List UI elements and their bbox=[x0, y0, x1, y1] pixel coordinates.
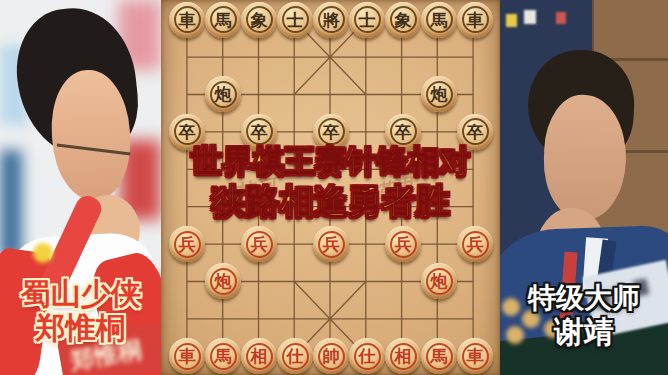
piece-glyph: 相 bbox=[246, 343, 273, 370]
left-player-name: 郑惟桐 bbox=[0, 313, 161, 343]
piece-glyph: 帥 bbox=[318, 343, 345, 370]
piece-glyph: 車 bbox=[462, 6, 489, 33]
piece-cannon-red[interactable]: 炮 bbox=[205, 263, 241, 299]
piece-glyph: 象 bbox=[246, 6, 273, 33]
piece-horse-red[interactable]: 馬 bbox=[421, 338, 457, 374]
headline-line-1: 世界棋王赛针锋相对 bbox=[161, 146, 500, 177]
piece-soldier-red[interactable]: 兵 bbox=[169, 226, 205, 262]
piece-chariot-black[interactable]: 車 bbox=[457, 2, 493, 38]
piece-glyph: 士 bbox=[282, 6, 309, 33]
bookshelf-blur-teal bbox=[0, 150, 22, 260]
left-player-tagline: 蜀山少侠 bbox=[0, 279, 161, 309]
piece-glyph: 象 bbox=[390, 6, 417, 33]
right-player-photo: 特级大师 谢靖 bbox=[500, 0, 668, 375]
piece-glyph: 兵 bbox=[318, 231, 345, 258]
piece-glyph: 兵 bbox=[246, 231, 273, 258]
piece-advisor-red[interactable]: 仕 bbox=[349, 338, 385, 374]
headline-line-2: 狭路相逢勇者胜 bbox=[161, 184, 500, 218]
piece-cannon-black[interactable]: 炮 bbox=[205, 76, 241, 112]
piece-advisor-black[interactable]: 士 bbox=[277, 2, 313, 38]
piece-glyph: 炮 bbox=[426, 268, 453, 295]
piece-general-red[interactable]: 帥 bbox=[313, 338, 349, 374]
piece-chariot-red[interactable]: 車 bbox=[169, 338, 205, 374]
piece-glyph: 卒 bbox=[462, 118, 489, 145]
piece-elephant-black[interactable]: 象 bbox=[241, 2, 277, 38]
piece-glyph: 卒 bbox=[318, 118, 345, 145]
left-player-photo: 郑惟桐 蜀山少侠 郑惟桐 bbox=[0, 0, 161, 375]
right-player-tagline: 特级大师 bbox=[500, 284, 668, 312]
piece-glyph: 兵 bbox=[390, 231, 417, 258]
piece-glyph: 車 bbox=[462, 343, 489, 370]
piece-general-black[interactable]: 將 bbox=[313, 2, 349, 38]
piece-glyph: 士 bbox=[354, 6, 381, 33]
piece-glyph: 馬 bbox=[426, 343, 453, 370]
piece-chariot-red[interactable]: 車 bbox=[457, 338, 493, 374]
piece-glyph: 仕 bbox=[282, 343, 309, 370]
piece-glyph: 車 bbox=[174, 343, 201, 370]
piece-glyph: 車 bbox=[174, 6, 201, 33]
piece-glyph: 將 bbox=[318, 6, 345, 33]
piece-advisor-red[interactable]: 仕 bbox=[277, 338, 313, 374]
piece-glyph: 兵 bbox=[462, 231, 489, 258]
xiangqi-board: 楚河 漢界 車馬象士將士象馬車炮炮卒卒卒卒卒兵兵兵兵兵炮炮車馬相仕帥仕相馬車 世… bbox=[161, 0, 500, 375]
piece-elephant-black[interactable]: 象 bbox=[385, 2, 421, 38]
piece-chariot-black[interactable]: 車 bbox=[169, 2, 205, 38]
piece-glyph: 卒 bbox=[390, 118, 417, 145]
piece-elephant-red[interactable]: 相 bbox=[385, 338, 421, 374]
piece-glyph: 炮 bbox=[426, 81, 453, 108]
sticky-note-yellow bbox=[506, 14, 517, 27]
piece-cannon-black[interactable]: 炮 bbox=[421, 76, 457, 112]
piece-glyph: 炮 bbox=[210, 81, 237, 108]
piece-elephant-red[interactable]: 相 bbox=[241, 338, 277, 374]
piece-glyph: 卒 bbox=[246, 118, 273, 145]
piece-horse-black[interactable]: 馬 bbox=[205, 2, 241, 38]
sticky-note-red bbox=[556, 12, 566, 24]
piece-soldier-red[interactable]: 兵 bbox=[457, 226, 493, 262]
piece-soldier-red[interactable]: 兵 bbox=[241, 226, 277, 262]
sticky-note-white bbox=[524, 10, 536, 24]
piece-glyph: 卒 bbox=[174, 118, 201, 145]
piece-glyph: 兵 bbox=[174, 231, 201, 258]
piece-advisor-black[interactable]: 士 bbox=[349, 2, 385, 38]
piece-glyph: 炮 bbox=[210, 268, 237, 295]
piece-cannon-red[interactable]: 炮 bbox=[421, 263, 457, 299]
piece-glyph: 馬 bbox=[210, 6, 237, 33]
piece-horse-black[interactable]: 馬 bbox=[421, 2, 457, 38]
piece-soldier-red[interactable]: 兵 bbox=[313, 226, 349, 262]
piece-horse-red[interactable]: 馬 bbox=[205, 338, 241, 374]
broadcast-frame: 郑惟桐 蜀山少侠 郑惟桐 bbox=[0, 0, 668, 375]
piece-glyph: 相 bbox=[390, 343, 417, 370]
piece-soldier-red[interactable]: 兵 bbox=[385, 226, 421, 262]
piece-glyph: 馬 bbox=[426, 6, 453, 33]
piece-glyph: 仕 bbox=[354, 343, 381, 370]
right-player-name: 谢靖 bbox=[500, 317, 668, 347]
piece-glyph: 馬 bbox=[210, 343, 237, 370]
vest-badge bbox=[33, 243, 53, 263]
